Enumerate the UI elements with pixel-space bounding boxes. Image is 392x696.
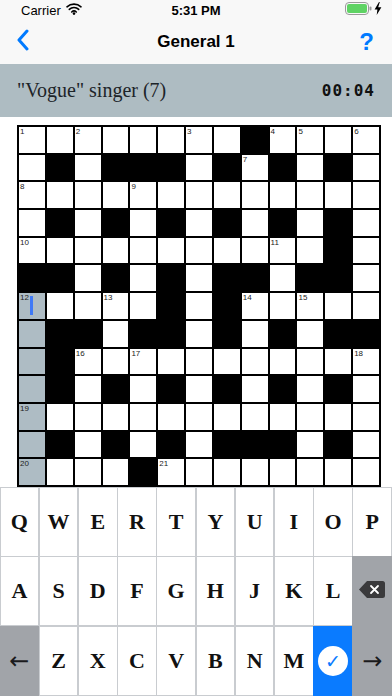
grid-cell[interactable] (324, 181, 352, 209)
key-u[interactable]: U (235, 487, 275, 557)
key-b[interactable]: B (196, 626, 236, 696)
grid-cell (46, 431, 74, 459)
key-letter: M (283, 648, 304, 674)
grid-cell (213, 320, 241, 348)
grid-area: 123456789101112131415161718192021 (0, 117, 392, 487)
grid-cell[interactable] (213, 458, 241, 486)
grid-cell[interactable] (129, 209, 157, 237)
grid-cell[interactable] (241, 458, 269, 486)
grid-cell[interactable] (185, 154, 213, 182)
keyboard-row: ←ZXCVBNM✓→ (0, 626, 392, 696)
grid-cell (157, 209, 185, 237)
grid-cell[interactable] (296, 181, 324, 209)
clue-number: 4 (271, 127, 275, 136)
grid-cell (102, 154, 130, 182)
back-button[interactable] (10, 20, 35, 64)
grid-cell[interactable] (324, 126, 352, 154)
grid-cell[interactable] (241, 209, 269, 237)
key-letter: Y (207, 509, 223, 535)
grid-cell[interactable] (129, 126, 157, 154)
grid-cell[interactable] (102, 403, 130, 431)
grid-cell[interactable] (18, 154, 46, 182)
grid-cell[interactable] (269, 292, 297, 320)
grid-cell[interactable] (74, 292, 102, 320)
grid-cell (324, 154, 352, 182)
grid-cell[interactable] (157, 126, 185, 154)
grid-cell (102, 264, 130, 292)
grid-cell[interactable] (352, 154, 380, 182)
grid-cell[interactable]: 14 (241, 292, 269, 320)
key-left-arrow[interactable]: ← (0, 626, 39, 696)
grid-cell[interactable] (185, 431, 213, 459)
check-icon: ✓ (318, 646, 348, 676)
key-letter: E (90, 509, 105, 535)
grid-cell[interactable]: 12 (18, 292, 46, 320)
key-letter: J (249, 578, 260, 604)
clue-number: 10 (20, 238, 29, 247)
key-letter: Q (11, 509, 28, 535)
grid-cell[interactable] (157, 237, 185, 265)
grid-cell (324, 375, 352, 403)
key-letter: C (129, 648, 145, 674)
grid-cell[interactable] (129, 237, 157, 265)
grid-cell[interactable]: 8 (18, 181, 46, 209)
current-clue: "Vogue" singer (7) (17, 79, 166, 102)
grid-cell[interactable] (352, 237, 380, 265)
clue-number: 19 (20, 404, 29, 413)
nav-bar: General 1 ? (0, 20, 392, 64)
grid-cell (269, 375, 297, 403)
clue-number: 11 (271, 238, 279, 247)
grid-cell[interactable]: 2 (74, 126, 102, 154)
clue-number: 1 (20, 127, 24, 136)
key-letter: U (247, 509, 263, 535)
key-letter: P (365, 509, 378, 535)
grid-cell[interactable] (129, 264, 157, 292)
grid-cell[interactable] (102, 181, 130, 209)
grid-cell (324, 237, 352, 265)
grid-cell[interactable] (352, 264, 380, 292)
grid-cell[interactable] (74, 431, 102, 459)
grid-cell[interactable]: 4 (269, 126, 297, 154)
clue-number: 13 (104, 293, 113, 302)
grid-cell[interactable] (296, 403, 324, 431)
clue-number: 8 (20, 182, 24, 191)
grid-cell[interactable] (269, 403, 297, 431)
grid-cell[interactable]: 20 (18, 458, 46, 486)
clue-number: 16 (76, 349, 85, 358)
grid-cell (213, 154, 241, 182)
key-check[interactable]: ✓ (313, 626, 353, 696)
grid-cell[interactable] (352, 209, 380, 237)
key-v[interactable]: V (156, 626, 196, 696)
grid-cell[interactable] (157, 348, 185, 376)
key-letter: H (207, 578, 224, 604)
grid-cell[interactable] (74, 209, 102, 237)
grid-cell[interactable] (352, 181, 380, 209)
grid-cell[interactable] (18, 348, 46, 376)
grid-cell (213, 375, 241, 403)
grid-cell[interactable] (213, 403, 241, 431)
page-title: General 1 (0, 32, 392, 52)
key-f[interactable]: F (117, 556, 157, 626)
key-letter: Z (51, 648, 66, 674)
grid-cell[interactable] (46, 292, 74, 320)
grid-cell[interactable]: 21 (157, 458, 185, 486)
grid-cell[interactable] (324, 458, 352, 486)
key-letter: I (289, 509, 298, 535)
grid-cell[interactable] (18, 320, 46, 348)
grid-cell (241, 264, 269, 292)
grid-cell (213, 209, 241, 237)
grid-cell[interactable] (241, 375, 269, 403)
grid-cell[interactable] (185, 375, 213, 403)
grid-cell (129, 154, 157, 182)
grid-cell[interactable] (241, 237, 269, 265)
grid-cell[interactable] (102, 126, 130, 154)
key-j[interactable]: J (235, 556, 275, 626)
grid-cell[interactable] (352, 292, 380, 320)
key-r[interactable]: R (117, 487, 157, 557)
key-letter: S (52, 578, 64, 604)
key-letter: X (90, 648, 106, 674)
left-arrow-icon: ← (9, 649, 29, 673)
grid-cell[interactable] (74, 375, 102, 403)
grid-cell (324, 209, 352, 237)
clue-number: 17 (131, 349, 140, 358)
grid-cell[interactable]: 6 (352, 126, 380, 154)
clock: 5:31 PM (0, 3, 392, 18)
grid-cell[interactable]: 5 (296, 126, 324, 154)
key-e[interactable]: E (78, 487, 118, 557)
grid-cell[interactable] (269, 264, 297, 292)
grid-cell (129, 458, 157, 486)
clue-number: 6 (354, 127, 358, 136)
grid-cell[interactable] (74, 403, 102, 431)
grid-cell[interactable] (296, 209, 324, 237)
clue-number: 15 (298, 293, 307, 302)
grid-cell[interactable] (46, 126, 74, 154)
grid-cell[interactable] (352, 431, 380, 459)
grid-cell (129, 320, 157, 348)
grid-cell[interactable] (241, 181, 269, 209)
grid-cell[interactable] (352, 403, 380, 431)
grid-cell[interactable]: 15 (296, 292, 324, 320)
grid-cell (46, 209, 74, 237)
key-m[interactable]: M (274, 626, 314, 696)
clue-number: 9 (131, 182, 135, 191)
key-backspace[interactable] (352, 556, 392, 626)
grid-cell[interactable] (157, 181, 185, 209)
grid-cell (46, 320, 74, 348)
grid-cell (102, 209, 130, 237)
grid-cell[interactable] (185, 237, 213, 265)
key-right-arrow[interactable]: → (352, 626, 392, 696)
key-letter: L (326, 578, 341, 604)
key-letter: R (129, 509, 145, 535)
key-q[interactable]: Q (0, 487, 39, 557)
grid-cell[interactable]: 13 (102, 292, 130, 320)
grid-cell[interactable] (46, 403, 74, 431)
grid-cell[interactable] (269, 348, 297, 376)
grid-cell[interactable] (46, 181, 74, 209)
grid-cell[interactable] (74, 264, 102, 292)
grid-cell (157, 320, 185, 348)
grid-cell (296, 264, 324, 292)
grid-cell[interactable] (185, 209, 213, 237)
clue-number: 18 (354, 349, 363, 358)
key-l[interactable]: L (313, 556, 353, 626)
grid-cell (213, 292, 241, 320)
grid-cell (269, 209, 297, 237)
grid-cell[interactable] (74, 154, 102, 182)
grid-cell (102, 431, 130, 459)
key-i[interactable]: I (274, 487, 314, 557)
grid-cell[interactable] (102, 458, 130, 486)
clue-bar[interactable]: "Vogue" singer (7) 00:04 (0, 64, 392, 117)
key-h[interactable]: H (196, 556, 236, 626)
grid-cell[interactable]: 16 (74, 348, 102, 376)
key-w[interactable]: W (39, 487, 79, 557)
grid-cell[interactable]: 10 (18, 237, 46, 265)
grid-cell[interactable] (324, 292, 352, 320)
grid-cell (269, 320, 297, 348)
grid-cell[interactable] (296, 375, 324, 403)
key-y[interactable]: Y (196, 487, 236, 557)
key-g[interactable]: G (156, 556, 196, 626)
grid-cell[interactable] (269, 181, 297, 209)
key-k[interactable]: K (274, 556, 314, 626)
grid-cell (352, 320, 380, 348)
grid-cell[interactable] (241, 403, 269, 431)
clue-number: 3 (187, 127, 191, 136)
grid-cell[interactable] (185, 403, 213, 431)
grid-cell (102, 375, 130, 403)
grid-cell[interactable]: 3 (185, 126, 213, 154)
grid-cell[interactable] (213, 348, 241, 376)
text-cursor (30, 296, 33, 315)
key-d[interactable]: D (78, 556, 118, 626)
grid-cell[interactable] (185, 181, 213, 209)
grid-cell[interactable] (157, 403, 185, 431)
grid-cell[interactable] (102, 348, 130, 376)
grid-cell (213, 264, 241, 292)
grid-cell[interactable] (241, 348, 269, 376)
key-letter: B (208, 648, 223, 674)
grid-cell[interactable] (241, 320, 269, 348)
grid-cell[interactable]: 18 (352, 348, 380, 376)
grid-cell[interactable] (74, 458, 102, 486)
backspace-icon (358, 580, 386, 603)
grid-cell (324, 264, 352, 292)
keyboard: QWERTYUIOPASDFGHJKL←ZXCVBNM✓→ (0, 487, 392, 696)
grid-cell[interactable] (18, 431, 46, 459)
grid-cell[interactable] (46, 237, 74, 265)
grid-cell[interactable] (296, 431, 324, 459)
crossword-grid: 123456789101112131415161718192021 (17, 125, 381, 487)
grid-cell[interactable] (74, 237, 102, 265)
key-letter: V (168, 648, 184, 674)
grid-cell (157, 292, 185, 320)
grid-cell (241, 126, 269, 154)
clue-number: 7 (243, 155, 247, 164)
grid-cell[interactable] (129, 375, 157, 403)
grid-cell (157, 431, 185, 459)
grid-cell[interactable] (296, 458, 324, 486)
key-z[interactable]: Z (39, 626, 79, 696)
grid-cell (324, 320, 352, 348)
grid-cell[interactable] (102, 320, 130, 348)
grid-cell[interactable] (102, 237, 130, 265)
help-button[interactable]: ? (353, 20, 380, 64)
key-s[interactable]: S (39, 556, 79, 626)
grid-cell[interactable] (185, 320, 213, 348)
grid-cell[interactable] (185, 292, 213, 320)
grid-cell (74, 320, 102, 348)
key-c[interactable]: C (117, 626, 157, 696)
grid-cell (157, 154, 185, 182)
grid-cell (46, 154, 74, 182)
grid-cell[interactable] (74, 181, 102, 209)
grid-cell[interactable]: 19 (18, 403, 46, 431)
timer: 00:04 (322, 81, 375, 100)
clue-number: 12 (20, 293, 29, 302)
grid-cell[interactable] (269, 458, 297, 486)
grid-cell[interactable] (324, 348, 352, 376)
header: Carrier 5:31 PM (0, 0, 392, 64)
key-a[interactable]: A (0, 556, 39, 626)
clue-number: 21 (159, 459, 168, 468)
grid-cell[interactable] (18, 209, 46, 237)
key-n[interactable]: N (235, 626, 275, 696)
grid-cell[interactable] (296, 348, 324, 376)
grid-cell (269, 431, 297, 459)
clue-number: 5 (298, 127, 302, 136)
grid-cell[interactable] (18, 375, 46, 403)
clue-number: 20 (20, 459, 29, 468)
grid-cell[interactable] (296, 320, 324, 348)
key-letter: W (48, 509, 70, 535)
grid-cell[interactable] (213, 181, 241, 209)
keyboard-row: ASDFGHJKL (0, 557, 392, 627)
grid-cell (46, 348, 74, 376)
grid-cell[interactable]: 17 (129, 348, 157, 376)
clue-number: 14 (243, 293, 252, 302)
grid-cell[interactable]: 7 (241, 154, 269, 182)
grid-cell (157, 375, 185, 403)
grid-cell (324, 431, 352, 459)
key-letter: G (168, 578, 185, 604)
key-x[interactable]: X (78, 626, 118, 696)
status-bar: Carrier 5:31 PM (0, 0, 392, 20)
grid-cell (269, 154, 297, 182)
grid-cell (46, 375, 74, 403)
grid-cell[interactable] (185, 348, 213, 376)
key-t[interactable]: T (156, 487, 196, 557)
key-letter: O (324, 509, 341, 535)
grid-cell[interactable] (324, 403, 352, 431)
grid-cell[interactable] (46, 458, 74, 486)
grid-cell (241, 431, 269, 459)
grid-cell[interactable] (296, 237, 324, 265)
grid-cell[interactable]: 9 (129, 181, 157, 209)
grid-cell (157, 264, 185, 292)
key-letter: N (247, 648, 263, 674)
grid-cell[interactable] (129, 403, 157, 431)
chevron-left-icon (16, 29, 29, 55)
key-letter: D (90, 578, 106, 604)
key-letter: K (285, 578, 302, 604)
key-o[interactable]: O (313, 487, 353, 557)
grid-cell[interactable] (213, 237, 241, 265)
key-letter: T (169, 509, 184, 535)
grid-cell[interactable]: 1 (18, 126, 46, 154)
grid-cell[interactable] (185, 458, 213, 486)
grid-cell[interactable] (296, 154, 324, 182)
grid-cell (46, 264, 74, 292)
keyboard-row: QWERTYUIOP (0, 487, 392, 557)
grid-cell[interactable] (185, 264, 213, 292)
grid-cell (18, 264, 46, 292)
clue-number: 2 (76, 127, 80, 136)
grid-cell[interactable]: 11 (269, 237, 297, 265)
grid-cell[interactable] (213, 126, 241, 154)
grid-cell[interactable] (352, 458, 380, 486)
right-arrow-icon: → (362, 649, 382, 673)
grid-cell[interactable] (129, 292, 157, 320)
grid-cell (213, 431, 241, 459)
grid-cell[interactable] (352, 375, 380, 403)
key-letter: A (11, 578, 27, 604)
grid-cell[interactable] (129, 431, 157, 459)
key-p[interactable]: P (352, 487, 392, 557)
key-letter: F (130, 578, 143, 604)
